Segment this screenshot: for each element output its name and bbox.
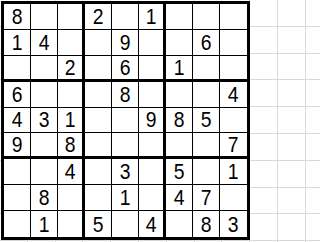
given-digit: 3 [39,108,50,131]
given-digit: 2 [65,56,76,79]
cell-r9c2[interactable]: 1 [31,211,58,237]
cell-r6c2[interactable] [31,133,58,159]
cell-r7c3[interactable]: 4 [58,159,85,185]
cell-r4c4[interactable] [85,82,112,108]
cell-r6c3[interactable]: 8 [58,133,85,159]
cell-r9c4[interactable]: 5 [85,211,112,237]
cell-r8c6[interactable] [139,185,166,211]
cell-r7c7[interactable]: 5 [166,159,193,185]
cell-r3c3[interactable]: 2 [58,56,85,82]
cell-r1c3[interactable] [58,4,85,30]
cell-r6c8[interactable] [193,133,220,159]
cell-r7c6[interactable] [139,159,166,185]
cell-r9c9[interactable]: 3 [220,211,247,237]
cell-r1c8[interactable] [193,4,220,30]
cell-r7c9[interactable]: 1 [220,159,247,185]
cell-r5c9[interactable] [220,108,247,134]
cell-r6c9[interactable]: 7 [220,133,247,159]
given-digit: 2 [93,5,104,28]
given-digit: 8 [201,213,212,236]
cell-r5c6[interactable]: 9 [139,108,166,134]
cell-r8c9[interactable] [220,185,247,211]
cell-r5c1[interactable]: 4 [4,108,31,134]
given-digit: 8 [12,5,23,28]
cell-r7c2[interactable] [31,159,58,185]
cell-r4c2[interactable] [31,82,58,108]
cell-r2c1[interactable]: 1 [4,30,31,56]
given-digit: 7 [201,186,212,209]
cell-r6c4[interactable] [85,133,112,159]
cell-r8c4[interactable] [85,185,112,211]
given-digit: 4 [65,160,76,183]
given-digit: 5 [201,108,212,131]
cell-r3c9[interactable] [220,56,247,82]
cell-r8c3[interactable] [58,185,85,211]
cell-r3c1[interactable] [4,56,31,82]
cell-r7c5[interactable]: 3 [112,159,139,185]
cell-r2c4[interactable] [85,30,112,56]
cell-r1c5[interactable] [112,4,139,30]
cell-r9c3[interactable] [58,211,85,237]
cell-r6c6[interactable] [139,133,166,159]
given-digit: 4 [146,213,157,236]
sudoku-board: 82114962616844319859874351814715483 [1,1,250,240]
cell-r2c8[interactable]: 6 [193,30,220,56]
given-digit: 1 [120,186,131,209]
given-digit: 3 [228,213,239,236]
given-digit: 8 [39,186,50,209]
given-digit: 7 [228,133,239,156]
cell-r5c4[interactable] [85,108,112,134]
cell-r3c7[interactable]: 1 [166,56,193,82]
given-digit: 9 [120,31,131,54]
cell-r7c1[interactable] [4,159,31,185]
cell-r4c9[interactable]: 4 [220,82,247,108]
cell-r5c5[interactable] [112,108,139,134]
cell-r1c4[interactable]: 2 [85,4,112,30]
cell-r1c7[interactable] [166,4,193,30]
cell-r8c1[interactable] [4,185,31,211]
given-digit: 4 [228,83,239,106]
given-digit: 8 [65,133,76,156]
cell-r4c8[interactable] [193,82,220,108]
cell-r5c3[interactable]: 1 [58,108,85,134]
cell-r6c1[interactable]: 9 [4,133,31,159]
cell-r2c7[interactable] [166,30,193,56]
cell-r2c5[interactable]: 9 [112,30,139,56]
cell-r4c5[interactable]: 8 [112,82,139,108]
given-digit: 9 [12,133,23,156]
given-digit: 1 [65,108,76,131]
cell-r6c5[interactable] [112,133,139,159]
given-digit: 5 [93,213,104,236]
given-digit: 1 [174,56,185,79]
cell-r3c4[interactable] [85,56,112,82]
given-digit: 5 [174,160,185,183]
given-digit: 8 [174,108,185,131]
given-digit: 6 [12,83,23,106]
cell-r6c7[interactable] [166,133,193,159]
given-digit: 9 [146,108,157,131]
cell-r5c8[interactable]: 5 [193,108,220,134]
cell-r7c8[interactable] [193,159,220,185]
cell-r2c3[interactable] [58,30,85,56]
cell-r4c1[interactable]: 6 [4,82,31,108]
cell-r5c7[interactable]: 8 [166,108,193,134]
cell-r9c1[interactable] [4,211,31,237]
cell-r4c7[interactable] [166,82,193,108]
cell-r2c9[interactable] [220,30,247,56]
given-digit: 1 [12,31,23,54]
given-digit: 3 [120,160,131,183]
given-digit: 6 [201,31,212,54]
given-digit: 8 [120,83,131,106]
cell-r4c6[interactable] [139,82,166,108]
given-digit: 4 [174,186,185,209]
cell-r9c8[interactable]: 8 [193,211,220,237]
cell-r8c7[interactable]: 4 [166,185,193,211]
given-digit: 4 [12,108,23,131]
cell-r2c6[interactable] [139,30,166,56]
given-digit: 1 [228,160,239,183]
given-digit: 6 [120,56,131,79]
cell-r1c1[interactable]: 8 [4,4,31,30]
given-digit: 1 [39,213,50,236]
cell-r8c2[interactable]: 8 [31,185,58,211]
cell-r7c4[interactable] [85,159,112,185]
cell-r1c9[interactable] [220,4,247,30]
cell-r9c6[interactable]: 4 [139,211,166,237]
cell-r8c8[interactable]: 7 [193,185,220,211]
cell-r9c7[interactable] [166,211,193,237]
given-digit: 4 [39,31,50,54]
cell-r3c2[interactable] [31,56,58,82]
cell-r1c6[interactable]: 1 [139,4,166,30]
given-digit: 1 [146,5,157,28]
cell-r3c5[interactable]: 6 [112,56,139,82]
cell-r3c8[interactable] [193,56,220,82]
cell-r8c5[interactable]: 1 [112,185,139,211]
cell-r9c5[interactable] [112,211,139,237]
cell-r5c2[interactable]: 3 [31,108,58,134]
cell-r4c3[interactable] [58,82,85,108]
cell-r3c6[interactable] [139,56,166,82]
cell-r2c2[interactable]: 4 [31,30,58,56]
cell-r1c2[interactable] [31,4,58,30]
